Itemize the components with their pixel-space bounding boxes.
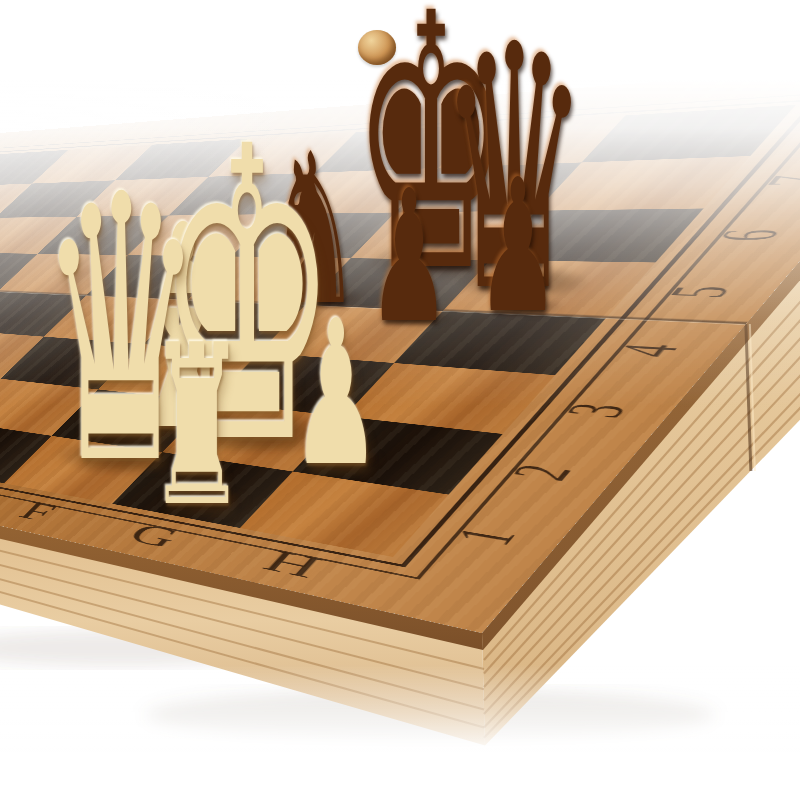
piece-black-pawn-h5[interactable]: ♟ bbox=[477, 155, 559, 339]
piece-white-pawn-h2[interactable]: ♟ bbox=[291, 294, 381, 494]
chess-set-photo: ABCDEFGH12345678 ♚♛♞♟♟♝♚♛♟♜ bbox=[0, 0, 800, 800]
piece-white-rook-g1[interactable]: ♜ bbox=[147, 316, 246, 538]
pieces-layer: ♚♛♞♟♟♝♚♛♟♜ bbox=[0, 0, 800, 800]
